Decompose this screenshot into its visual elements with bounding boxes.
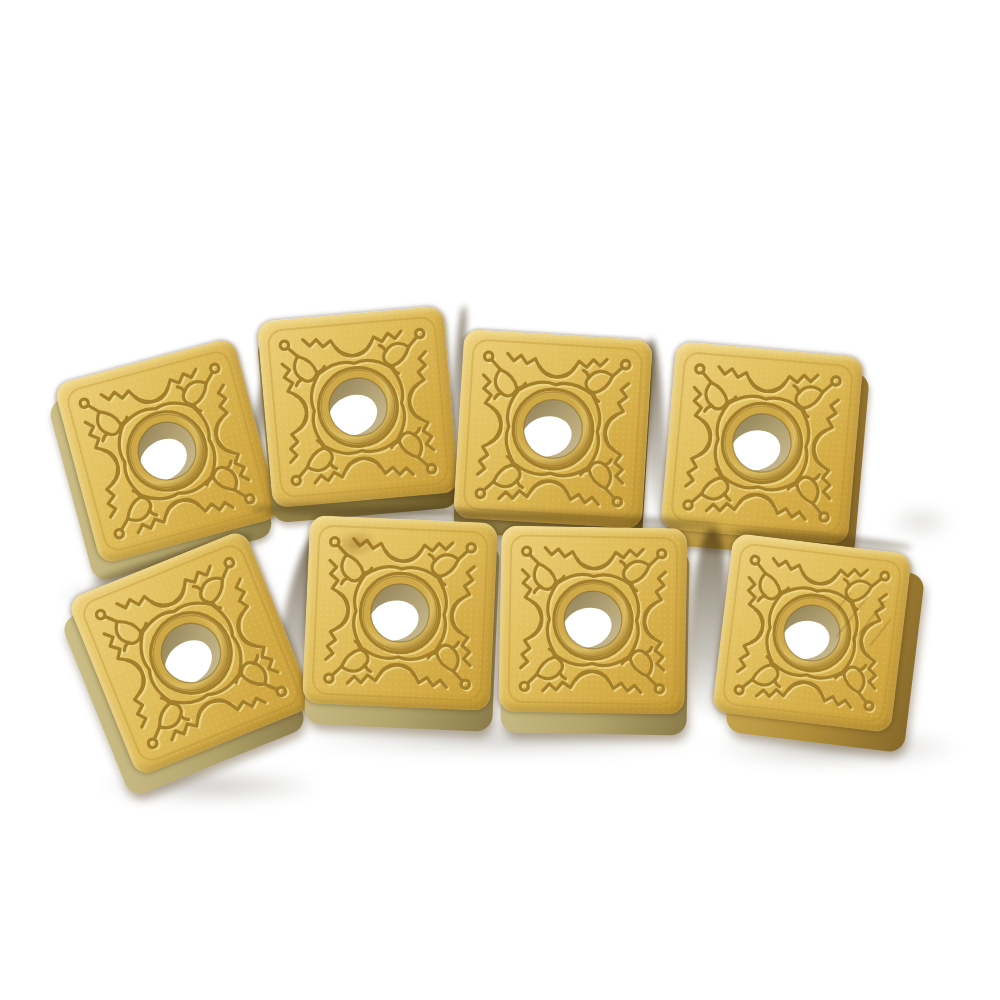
carbide-insert: [459, 335, 648, 524]
carbide-insert: [74, 358, 260, 544]
photo-canvas: [0, 0, 1000, 1000]
insert-top-face: [453, 329, 653, 529]
chipbreaker-pattern: [453, 329, 653, 529]
chipbreaker-pattern: [302, 515, 498, 711]
carbide-insert: [668, 349, 856, 537]
insert-top-face: [67, 529, 316, 778]
ground-shadow: [888, 505, 954, 539]
carbide-insert: [722, 543, 902, 723]
chipbreaker-pattern: [498, 525, 687, 714]
chipbreaker-pattern: [257, 306, 460, 509]
carbide-insert: [306, 519, 494, 707]
insert-top-face: [302, 515, 498, 711]
carbide-insert: [96, 558, 287, 749]
insert-top-face: [712, 533, 913, 734]
chipbreaker-pattern: [660, 341, 864, 545]
carbide-insert: [500, 527, 686, 713]
chipbreaker-pattern: [712, 533, 913, 734]
insert-top-face: [498, 525, 687, 714]
chipbreaker-pattern: [67, 529, 316, 778]
insert-top-face: [257, 306, 460, 509]
carbide-insert: [265, 314, 452, 501]
insert-top-face: [660, 341, 864, 545]
